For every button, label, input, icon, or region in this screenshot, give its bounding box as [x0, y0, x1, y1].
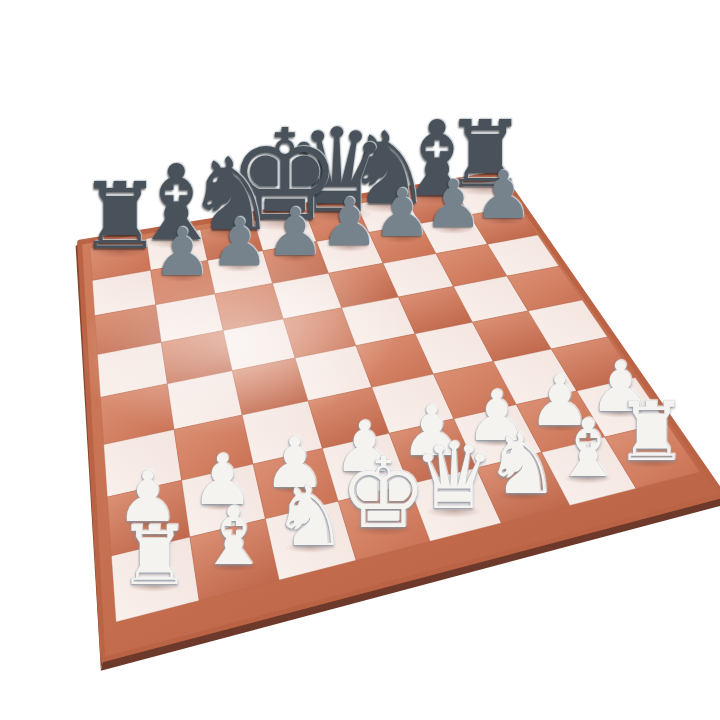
chess-set-photo: ♜♝♞♚♛♞♝♜♟♟♟♟♟♟♟♟♟♟♟♟♟♟♟♜♝♞♚♛♞♝♜	[0, 0, 720, 720]
chess-board	[0, 0, 720, 720]
